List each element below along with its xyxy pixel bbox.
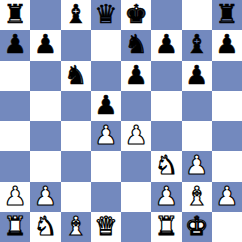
black-pawn-piece[interactable]: ♟ xyxy=(185,60,208,90)
black-knight-piece[interactable]: ♞ xyxy=(64,60,87,90)
square-c7[interactable] xyxy=(61,30,91,60)
square-e7[interactable]: ♞ xyxy=(121,30,151,60)
square-g4[interactable] xyxy=(182,121,212,151)
square-a3[interactable] xyxy=(0,151,30,181)
square-h2[interactable]: ♟ xyxy=(212,182,242,212)
square-g2[interactable]: ♝ xyxy=(182,182,212,212)
white-knight-piece[interactable]: ♞ xyxy=(34,211,57,241)
square-d3[interactable] xyxy=(91,151,121,181)
white-king-piece[interactable]: ♚ xyxy=(185,211,208,241)
square-a1[interactable]: ♜ xyxy=(0,212,30,242)
black-bishop-piece[interactable]: ♝ xyxy=(185,29,208,59)
square-b6[interactable] xyxy=(30,61,60,91)
square-c8[interactable]: ♝ xyxy=(61,0,91,30)
square-g5[interactable] xyxy=(182,91,212,121)
square-b3[interactable] xyxy=(30,151,60,181)
square-d7[interactable] xyxy=(91,30,121,60)
square-d5[interactable]: ♟ xyxy=(91,91,121,121)
square-c6[interactable]: ♞ xyxy=(61,61,91,91)
square-b2[interactable]: ♟ xyxy=(30,182,60,212)
white-bishop-piece[interactable]: ♝ xyxy=(185,181,208,211)
black-queen-piece[interactable]: ♛ xyxy=(94,0,117,29)
square-g8[interactable] xyxy=(182,0,212,30)
square-c5[interactable] xyxy=(61,91,91,121)
square-a4[interactable] xyxy=(0,121,30,151)
square-h8[interactable]: ♜ xyxy=(212,0,242,30)
square-a8[interactable]: ♜ xyxy=(0,0,30,30)
square-f6[interactable] xyxy=(151,61,181,91)
square-f8[interactable] xyxy=(151,0,181,30)
black-rook-piece[interactable]: ♜ xyxy=(3,0,26,29)
square-h3[interactable] xyxy=(212,151,242,181)
white-pawn-piece[interactable]: ♟ xyxy=(124,120,147,150)
square-g6[interactable]: ♟ xyxy=(182,61,212,91)
black-king-piece[interactable]: ♚ xyxy=(124,0,147,29)
black-pawn-piece[interactable]: ♟ xyxy=(155,29,178,59)
chess-board: ♜♝♛♚♜♟♟♞♟♝♟♞♟♟♟♟♟♞♟♟♟♟♝♟♜♞♝♛♜♚ xyxy=(0,0,242,242)
square-h1[interactable] xyxy=(212,212,242,242)
white-queen-piece[interactable]: ♛ xyxy=(94,211,117,241)
black-rook-piece[interactable]: ♜ xyxy=(215,0,238,29)
square-h4[interactable] xyxy=(212,121,242,151)
square-h7[interactable]: ♟ xyxy=(212,30,242,60)
black-bishop-piece[interactable]: ♝ xyxy=(64,0,87,29)
white-pawn-piece[interactable]: ♟ xyxy=(185,150,208,180)
square-c3[interactable] xyxy=(61,151,91,181)
white-pawn-piece[interactable]: ♟ xyxy=(155,181,178,211)
square-d4[interactable]: ♟ xyxy=(91,121,121,151)
square-c4[interactable] xyxy=(61,121,91,151)
square-c1[interactable]: ♝ xyxy=(61,212,91,242)
square-h5[interactable] xyxy=(212,91,242,121)
white-rook-piece[interactable]: ♜ xyxy=(3,211,26,241)
square-f2[interactable]: ♟ xyxy=(151,182,181,212)
square-b7[interactable]: ♟ xyxy=(30,30,60,60)
square-c2[interactable] xyxy=(61,182,91,212)
square-e8[interactable]: ♚ xyxy=(121,0,151,30)
black-pawn-piece[interactable]: ♟ xyxy=(215,29,238,59)
white-pawn-piece[interactable]: ♟ xyxy=(3,181,26,211)
square-e1[interactable] xyxy=(121,212,151,242)
square-d2[interactable] xyxy=(91,182,121,212)
square-e3[interactable] xyxy=(121,151,151,181)
black-pawn-piece[interactable]: ♟ xyxy=(94,90,117,120)
black-pawn-piece[interactable]: ♟ xyxy=(34,29,57,59)
black-pawn-piece[interactable]: ♟ xyxy=(3,29,26,59)
white-pawn-piece[interactable]: ♟ xyxy=(94,120,117,150)
square-d1[interactable]: ♛ xyxy=(91,212,121,242)
square-f5[interactable] xyxy=(151,91,181,121)
square-a5[interactable] xyxy=(0,91,30,121)
square-e4[interactable]: ♟ xyxy=(121,121,151,151)
white-pawn-piece[interactable]: ♟ xyxy=(215,181,238,211)
square-h6[interactable] xyxy=(212,61,242,91)
square-b8[interactable] xyxy=(30,0,60,30)
white-pawn-piece[interactable]: ♟ xyxy=(34,181,57,211)
square-b4[interactable] xyxy=(30,121,60,151)
white-knight-piece[interactable]: ♞ xyxy=(155,150,178,180)
square-a2[interactable]: ♟ xyxy=(0,182,30,212)
square-a7[interactable]: ♟ xyxy=(0,30,30,60)
black-knight-piece[interactable]: ♞ xyxy=(124,29,147,59)
white-bishop-piece[interactable]: ♝ xyxy=(64,211,87,241)
square-e5[interactable] xyxy=(121,91,151,121)
square-g7[interactable]: ♝ xyxy=(182,30,212,60)
square-d6[interactable] xyxy=(91,61,121,91)
square-f7[interactable]: ♟ xyxy=(151,30,181,60)
square-b1[interactable]: ♞ xyxy=(30,212,60,242)
black-pawn-piece[interactable]: ♟ xyxy=(124,60,147,90)
square-a6[interactable] xyxy=(0,61,30,91)
square-b5[interactable] xyxy=(30,91,60,121)
white-rook-piece[interactable]: ♜ xyxy=(155,211,178,241)
square-g3[interactable]: ♟ xyxy=(182,151,212,181)
square-f4[interactable] xyxy=(151,121,181,151)
square-d8[interactable]: ♛ xyxy=(91,0,121,30)
square-e2[interactable] xyxy=(121,182,151,212)
square-g1[interactable]: ♚ xyxy=(182,212,212,242)
square-f1[interactable]: ♜ xyxy=(151,212,181,242)
square-e6[interactable]: ♟ xyxy=(121,61,151,91)
square-f3[interactable]: ♞ xyxy=(151,151,181,181)
